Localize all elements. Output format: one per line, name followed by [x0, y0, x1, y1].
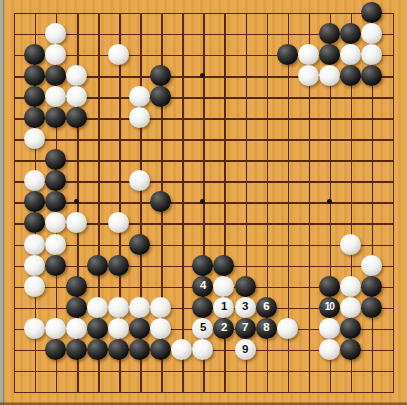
board-cell[interactable] — [66, 255, 87, 276]
board-cell[interactable] — [108, 2, 129, 23]
board-cell[interactable] — [87, 107, 108, 128]
board-cell[interactable] — [87, 381, 108, 402]
board-cell[interactable] — [108, 381, 129, 402]
board-cell[interactable] — [87, 191, 108, 212]
board-cell[interactable] — [129, 149, 150, 170]
board-cell[interactable] — [108, 191, 129, 212]
board-cell[interactable] — [213, 191, 234, 212]
board-cell[interactable] — [192, 255, 213, 276]
board-cell[interactable] — [319, 339, 340, 360]
board-cell[interactable] — [382, 212, 403, 233]
board-cell[interactable] — [66, 234, 87, 255]
board-cell[interactable] — [129, 212, 150, 233]
board-cell[interactable] — [298, 107, 319, 128]
board-cell[interactable] — [24, 149, 45, 170]
board-cell[interactable] — [277, 255, 298, 276]
board-cell[interactable] — [171, 339, 192, 360]
board-cell[interactable] — [298, 381, 319, 402]
board-cell[interactable] — [3, 170, 24, 191]
board-cell[interactable] — [192, 234, 213, 255]
board-cell[interactable] — [213, 23, 234, 44]
board-cell[interactable] — [3, 128, 24, 149]
board-cell[interactable] — [256, 381, 277, 402]
board-cell[interactable] — [298, 191, 319, 212]
board-cell[interactable] — [66, 212, 87, 233]
board-cell[interactable] — [3, 107, 24, 128]
board-cell[interactable] — [192, 339, 213, 360]
board-cell[interactable] — [340, 23, 361, 44]
board-cell[interactable] — [256, 360, 277, 381]
board-cell[interactable] — [24, 191, 45, 212]
board-cell[interactable] — [129, 65, 150, 86]
board-cell[interactable] — [192, 23, 213, 44]
board-cell[interactable] — [192, 191, 213, 212]
board-cell[interactable] — [319, 381, 340, 402]
board-cell[interactable] — [66, 339, 87, 360]
board-cell[interactable] — [256, 339, 277, 360]
board-cell[interactable] — [382, 255, 403, 276]
board-cell[interactable] — [382, 170, 403, 191]
board-cell[interactable] — [256, 149, 277, 170]
board-cell[interactable] — [24, 381, 45, 402]
board-cell[interactable]: 10 — [319, 297, 340, 318]
board-cell[interactable] — [45, 381, 66, 402]
board-cell[interactable] — [66, 23, 87, 44]
board-cell[interactable] — [235, 381, 256, 402]
board-cell[interactable] — [108, 255, 129, 276]
board-cell[interactable] — [24, 297, 45, 318]
board-cell[interactable] — [171, 2, 192, 23]
board-cell[interactable] — [235, 170, 256, 191]
board-cell[interactable] — [319, 128, 340, 149]
board-cell[interactable] — [277, 276, 298, 297]
board-cell[interactable] — [45, 149, 66, 170]
board-cell[interactable] — [129, 339, 150, 360]
board-cell[interactable] — [108, 276, 129, 297]
board-cell[interactable] — [3, 381, 24, 402]
board-cell[interactable] — [3, 44, 24, 65]
board-cell[interactable] — [87, 212, 108, 233]
board-cell[interactable] — [87, 128, 108, 149]
board-cell[interactable] — [213, 2, 234, 23]
board-cell[interactable] — [340, 360, 361, 381]
board-cell[interactable] — [361, 128, 382, 149]
board-cell[interactable] — [340, 234, 361, 255]
board-cell[interactable] — [150, 107, 171, 128]
board-cell[interactable] — [171, 65, 192, 86]
board-cell[interactable] — [24, 360, 45, 381]
board-cell[interactable] — [235, 255, 256, 276]
board-cell[interactable] — [340, 255, 361, 276]
board-cell[interactable] — [24, 234, 45, 255]
board-cell[interactable]: 8 — [256, 318, 277, 339]
board-cell[interactable] — [87, 339, 108, 360]
board-cell[interactable] — [235, 191, 256, 212]
board-cell[interactable] — [256, 276, 277, 297]
board-cell[interactable] — [298, 2, 319, 23]
board-cell[interactable] — [3, 149, 24, 170]
board-cell[interactable] — [298, 318, 319, 339]
board-cell[interactable] — [66, 65, 87, 86]
board-cell[interactable] — [277, 191, 298, 212]
board-cell[interactable] — [361, 65, 382, 86]
board-cell[interactable] — [319, 44, 340, 65]
board-cell[interactable] — [87, 86, 108, 107]
board-cell[interactable] — [3, 255, 24, 276]
board-cell[interactable] — [150, 297, 171, 318]
board-cell[interactable] — [150, 170, 171, 191]
board-cell[interactable] — [87, 2, 108, 23]
board-cell[interactable] — [66, 191, 87, 212]
board-cell[interactable] — [3, 2, 24, 23]
board-cell[interactable] — [277, 318, 298, 339]
board-cell[interactable] — [129, 381, 150, 402]
board-cell[interactable]: 9 — [235, 339, 256, 360]
board-cell[interactable] — [277, 107, 298, 128]
board-cell[interactable] — [235, 234, 256, 255]
board-cell[interactable] — [319, 234, 340, 255]
board-cell[interactable] — [340, 149, 361, 170]
board-cell[interactable]: 2 — [213, 318, 234, 339]
board-cell[interactable] — [277, 339, 298, 360]
board-cell[interactable] — [24, 107, 45, 128]
board-cell[interactable] — [108, 212, 129, 233]
board-cell[interactable] — [192, 360, 213, 381]
board-cell[interactable] — [66, 86, 87, 107]
board-cell[interactable] — [277, 128, 298, 149]
board-cell[interactable] — [45, 170, 66, 191]
board-cell[interactable] — [319, 107, 340, 128]
board-cell[interactable] — [87, 23, 108, 44]
board-cell[interactable] — [108, 128, 129, 149]
board-cell[interactable] — [24, 212, 45, 233]
board-cell[interactable] — [382, 234, 403, 255]
board-cell[interactable] — [213, 149, 234, 170]
board-cell[interactable] — [192, 170, 213, 191]
board-cell[interactable] — [24, 65, 45, 86]
board-cell[interactable] — [277, 381, 298, 402]
board-cell[interactable] — [340, 44, 361, 65]
board-cell[interactable] — [382, 149, 403, 170]
board-cell[interactable] — [277, 86, 298, 107]
board-cell[interactable] — [213, 234, 234, 255]
board-cell[interactable] — [340, 128, 361, 149]
board-cell[interactable] — [171, 360, 192, 381]
board-cell[interactable] — [235, 107, 256, 128]
board-cell[interactable] — [298, 339, 319, 360]
board-cell[interactable] — [45, 255, 66, 276]
board-cell[interactable] — [298, 23, 319, 44]
board-cell[interactable] — [150, 212, 171, 233]
board-cell[interactable] — [87, 149, 108, 170]
board-cell[interactable] — [319, 276, 340, 297]
board-cell[interactable] — [150, 234, 171, 255]
board-cell[interactable] — [235, 128, 256, 149]
board-cell[interactable] — [66, 381, 87, 402]
board-cell[interactable] — [171, 44, 192, 65]
board-cell[interactable] — [45, 297, 66, 318]
board-cell[interactable] — [213, 128, 234, 149]
board-cell[interactable] — [108, 318, 129, 339]
board-cell[interactable] — [45, 234, 66, 255]
board-cell[interactable] — [319, 212, 340, 233]
board-cell[interactable] — [235, 23, 256, 44]
board-cell[interactable] — [24, 170, 45, 191]
board-cell[interactable] — [277, 360, 298, 381]
board-cell[interactable] — [108, 86, 129, 107]
board-cell[interactable] — [171, 191, 192, 212]
board-cell[interactable] — [192, 149, 213, 170]
board-cell[interactable] — [87, 44, 108, 65]
board-cell[interactable] — [361, 191, 382, 212]
board-cell[interactable]: 6 — [256, 297, 277, 318]
board-cell[interactable] — [45, 107, 66, 128]
board-cell[interactable] — [108, 234, 129, 255]
board-cell[interactable] — [235, 212, 256, 233]
board-cell[interactable] — [382, 297, 403, 318]
board-cell[interactable] — [45, 2, 66, 23]
board-cell[interactable] — [382, 65, 403, 86]
board-cell[interactable] — [24, 255, 45, 276]
board-cell[interactable] — [192, 128, 213, 149]
board-cell[interactable] — [129, 297, 150, 318]
board-cell[interactable] — [340, 212, 361, 233]
board-cell[interactable] — [319, 65, 340, 86]
board-cell[interactable] — [361, 360, 382, 381]
board-cell[interactable] — [129, 107, 150, 128]
board-cell[interactable] — [150, 255, 171, 276]
board-cell[interactable] — [150, 191, 171, 212]
board-cell[interactable] — [150, 128, 171, 149]
board-cell[interactable] — [256, 44, 277, 65]
board-cell[interactable] — [129, 191, 150, 212]
board-cell[interactable] — [45, 128, 66, 149]
board-cell[interactable] — [256, 65, 277, 86]
board-cell[interactable] — [277, 149, 298, 170]
board-cell[interactable] — [361, 86, 382, 107]
board-cell[interactable] — [108, 44, 129, 65]
board-cell[interactable] — [108, 297, 129, 318]
board-cell[interactable] — [298, 44, 319, 65]
board-cell[interactable] — [171, 234, 192, 255]
board-cell[interactable] — [298, 170, 319, 191]
board-cell[interactable] — [382, 381, 403, 402]
board-cell[interactable]: 7 — [235, 318, 256, 339]
board-cell[interactable] — [319, 170, 340, 191]
board-cell[interactable] — [150, 23, 171, 44]
board-cell[interactable] — [66, 2, 87, 23]
board-cell[interactable] — [361, 318, 382, 339]
board-cell[interactable] — [171, 23, 192, 44]
board-cell[interactable] — [319, 86, 340, 107]
board-cell[interactable] — [3, 65, 24, 86]
board-cell[interactable] — [171, 128, 192, 149]
board-cell[interactable] — [213, 44, 234, 65]
board-cell[interactable] — [298, 212, 319, 233]
board-cell[interactable] — [171, 86, 192, 107]
board-cell[interactable] — [382, 23, 403, 44]
board-cell[interactable] — [256, 23, 277, 44]
board-cell[interactable] — [319, 149, 340, 170]
board-cell[interactable] — [66, 149, 87, 170]
board-cell[interactable] — [150, 276, 171, 297]
board-cell[interactable] — [192, 212, 213, 233]
board-cell[interactable] — [361, 149, 382, 170]
board-cell[interactable] — [3, 191, 24, 212]
board-cell[interactable] — [192, 44, 213, 65]
board-cell[interactable] — [235, 276, 256, 297]
board-cell[interactable] — [87, 65, 108, 86]
board-cell[interactable] — [129, 86, 150, 107]
board-cell[interactable] — [319, 318, 340, 339]
board-cell[interactable] — [66, 44, 87, 65]
board-cell[interactable] — [3, 297, 24, 318]
board-cell[interactable] — [277, 212, 298, 233]
board-cell[interactable] — [108, 360, 129, 381]
board-cell[interactable] — [171, 170, 192, 191]
board-cell[interactable] — [298, 360, 319, 381]
board-cell[interactable] — [45, 339, 66, 360]
board-cell[interactable] — [277, 23, 298, 44]
board-cell[interactable] — [171, 381, 192, 402]
board-cell[interactable] — [192, 381, 213, 402]
board-cell[interactable] — [108, 107, 129, 128]
board-cell[interactable] — [298, 255, 319, 276]
board-cell[interactable] — [256, 128, 277, 149]
board-cell[interactable] — [45, 360, 66, 381]
board-cell[interactable] — [3, 360, 24, 381]
board-cell[interactable] — [213, 255, 234, 276]
board-cell[interactable] — [87, 318, 108, 339]
board-cell[interactable] — [150, 86, 171, 107]
board-cell[interactable] — [319, 2, 340, 23]
board-cell[interactable] — [66, 128, 87, 149]
board-cell[interactable] — [256, 2, 277, 23]
board-cell[interactable] — [298, 149, 319, 170]
board-cell[interactable] — [3, 276, 24, 297]
board-cell[interactable] — [298, 297, 319, 318]
board-cell[interactable] — [150, 149, 171, 170]
board-cell[interactable] — [382, 360, 403, 381]
board-cell[interactable] — [256, 86, 277, 107]
board-cell[interactable] — [45, 276, 66, 297]
board-cell[interactable] — [24, 128, 45, 149]
board-cell[interactable] — [3, 339, 24, 360]
board-cell[interactable] — [340, 297, 361, 318]
board-cell[interactable] — [213, 212, 234, 233]
board-cell[interactable] — [87, 360, 108, 381]
board-cell[interactable] — [340, 318, 361, 339]
board-cell[interactable] — [192, 107, 213, 128]
board-cell[interactable] — [3, 212, 24, 233]
board-cell[interactable] — [129, 318, 150, 339]
board-cell[interactable] — [382, 86, 403, 107]
board-cell[interactable] — [213, 276, 234, 297]
board-cell[interactable] — [361, 297, 382, 318]
board-cell[interactable] — [361, 170, 382, 191]
board-cell[interactable] — [171, 318, 192, 339]
board-cell[interactable] — [277, 65, 298, 86]
board-cell[interactable] — [66, 170, 87, 191]
board-cell[interactable] — [277, 2, 298, 23]
board-cell[interactable] — [340, 2, 361, 23]
board-cell[interactable] — [256, 107, 277, 128]
board-cell[interactable] — [277, 297, 298, 318]
board-cell[interactable] — [235, 149, 256, 170]
board-cell[interactable] — [87, 234, 108, 255]
board-cell[interactable] — [256, 170, 277, 191]
board-cell[interactable] — [256, 234, 277, 255]
board-cell[interactable] — [24, 86, 45, 107]
board-cell[interactable] — [277, 170, 298, 191]
board-cell[interactable] — [340, 107, 361, 128]
board-cell[interactable] — [171, 276, 192, 297]
board-cell[interactable] — [319, 360, 340, 381]
board-cell[interactable] — [24, 2, 45, 23]
board-cell[interactable] — [361, 23, 382, 44]
board-cell[interactable] — [361, 44, 382, 65]
board-cell[interactable] — [45, 44, 66, 65]
board-cell[interactable] — [171, 297, 192, 318]
board-cell[interactable] — [129, 128, 150, 149]
board-cell[interactable] — [192, 2, 213, 23]
board-cell[interactable] — [340, 381, 361, 402]
board-cell[interactable] — [45, 86, 66, 107]
board-cell[interactable] — [319, 23, 340, 44]
board-cell[interactable] — [382, 107, 403, 128]
board-cell[interactable] — [45, 212, 66, 233]
board-cell[interactable] — [382, 2, 403, 23]
board-cell[interactable] — [87, 255, 108, 276]
board-cell[interactable] — [235, 2, 256, 23]
board-cell[interactable] — [256, 255, 277, 276]
board-cell[interactable] — [171, 149, 192, 170]
board-cell[interactable] — [213, 170, 234, 191]
board-cell[interactable] — [235, 86, 256, 107]
board-cell[interactable] — [3, 86, 24, 107]
board-cell[interactable] — [108, 339, 129, 360]
board-cell[interactable] — [298, 86, 319, 107]
board-cell[interactable] — [45, 65, 66, 86]
board-cell[interactable] — [213, 339, 234, 360]
board-cell[interactable] — [171, 212, 192, 233]
board-cell[interactable] — [192, 297, 213, 318]
board-cell[interactable] — [129, 255, 150, 276]
board-cell[interactable] — [319, 191, 340, 212]
board-cell[interactable] — [45, 23, 66, 44]
board-cell[interactable] — [382, 191, 403, 212]
board-cell[interactable] — [361, 2, 382, 23]
board-cell[interactable] — [361, 276, 382, 297]
board-cell[interactable] — [129, 44, 150, 65]
board-cell[interactable] — [66, 297, 87, 318]
board-cell[interactable] — [45, 318, 66, 339]
board-cell[interactable] — [129, 234, 150, 255]
board-cell[interactable] — [213, 381, 234, 402]
board-cell[interactable] — [235, 65, 256, 86]
board-cell[interactable] — [66, 360, 87, 381]
board-cell[interactable] — [213, 360, 234, 381]
board-cell[interactable] — [340, 170, 361, 191]
board-cell[interactable] — [24, 44, 45, 65]
board-cell[interactable]: 4 — [192, 276, 213, 297]
board-cell[interactable] — [45, 191, 66, 212]
board-cell[interactable]: 1 — [213, 297, 234, 318]
board-cell[interactable] — [192, 65, 213, 86]
board-cell[interactable] — [87, 276, 108, 297]
board-cell[interactable] — [24, 318, 45, 339]
board-cell[interactable] — [298, 276, 319, 297]
